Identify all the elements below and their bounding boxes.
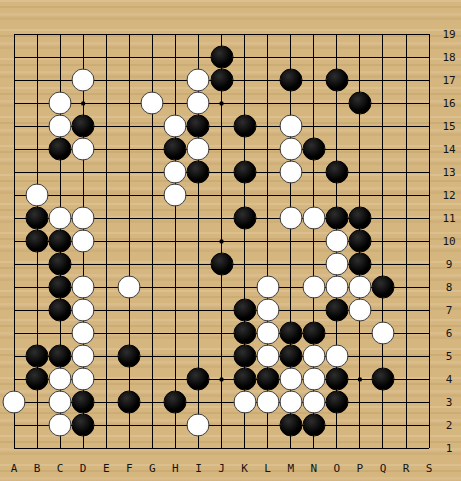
col-label-h: H [172,463,179,474]
row-label-1: 1 [446,443,453,454]
row-label-15: 15 [442,121,455,132]
white-stone-m14 [279,138,302,161]
black-stone-i13 [187,161,210,184]
col-label-d: D [80,463,87,474]
black-stone-d15 [72,115,95,138]
col-label-k: K [241,463,248,474]
white-stone-l3 [256,391,279,414]
white-stone-c16 [49,92,72,115]
row-label-18: 18 [442,52,455,63]
white-stone-i16 [187,92,210,115]
black-stone-q8 [371,276,394,299]
black-stone-p16 [348,92,371,115]
col-label-i: I [195,463,202,474]
white-stone-m3 [279,391,302,414]
black-stone-o4 [325,368,348,391]
black-stone-b5 [26,345,49,368]
black-stone-d2 [72,414,95,437]
col-label-s: S [426,463,433,474]
white-stone-g16 [141,92,164,115]
black-stone-c10 [49,230,72,253]
white-stone-o5 [325,345,348,368]
star-point-d16 [81,101,85,105]
col-label-m: M [287,463,294,474]
black-stone-p9 [348,253,371,276]
white-stone-l5 [256,345,279,368]
black-stone-c14 [49,138,72,161]
white-stone-c15 [49,115,72,138]
white-stone-f8 [118,276,141,299]
black-stone-h3 [164,391,187,414]
black-stone-m6 [279,322,302,345]
white-stone-d10 [72,230,95,253]
white-stone-p7 [348,299,371,322]
white-stone-c11 [49,207,72,230]
row-label-4: 4 [446,374,453,385]
white-stone-n3 [302,391,325,414]
white-stone-i2 [187,414,210,437]
black-stone-f5 [118,345,141,368]
black-stone-b4 [26,368,49,391]
white-stone-c2 [49,414,72,437]
col-label-q: Q [380,463,387,474]
black-stone-o7 [325,299,348,322]
black-stone-p11 [348,207,371,230]
col-label-p: P [357,463,364,474]
black-stone-o17 [325,69,348,92]
black-stone-m17 [279,69,302,92]
black-stone-b10 [26,230,49,253]
white-stone-m11 [279,207,302,230]
white-stone-l6 [256,322,279,345]
black-stone-b11 [26,207,49,230]
row-label-9: 9 [446,259,453,270]
white-stone-h12 [164,184,187,207]
col-label-c: C [57,463,64,474]
white-stone-p8 [348,276,371,299]
black-stone-h14 [164,138,187,161]
row-label-8: 8 [446,282,453,293]
row-label-3: 3 [446,397,453,408]
white-stone-d7 [72,299,95,322]
star-point-j4 [219,377,223,381]
black-stone-i15 [187,115,210,138]
black-stone-c8 [49,276,72,299]
white-stone-n4 [302,368,325,391]
row-label-14: 14 [442,144,455,155]
black-stone-k6 [233,322,256,345]
col-label-b: B [34,463,41,474]
black-stone-c5 [49,345,72,368]
white-stone-d11 [72,207,95,230]
row-label-6: 6 [446,328,453,339]
white-stone-n5 [302,345,325,368]
col-label-a: A [11,463,18,474]
white-stone-i17 [187,69,210,92]
row-label-10: 10 [442,236,455,247]
black-stone-j18 [210,46,233,69]
white-stone-h13 [164,161,187,184]
white-stone-k3 [233,391,256,414]
black-stone-k11 [233,207,256,230]
go-board[interactable]: ABCDEFGHIJKLMNOPQRS191817161514131211109… [0,0,461,481]
black-stone-m2 [279,414,302,437]
white-stone-d14 [72,138,95,161]
white-stone-l8 [256,276,279,299]
col-label-r: R [403,463,410,474]
black-stone-j17 [210,69,233,92]
black-stone-n6 [302,322,325,345]
white-stone-o9 [325,253,348,276]
black-stone-f3 [118,391,141,414]
black-stone-i4 [187,368,210,391]
black-stone-o11 [325,207,348,230]
row-label-16: 16 [442,98,455,109]
white-stone-m4 [279,368,302,391]
row-label-17: 17 [442,75,455,86]
star-point-j16 [219,101,223,105]
black-stone-k15 [233,115,256,138]
row-label-7: 7 [446,305,453,316]
white-stone-d17 [72,69,95,92]
black-stone-k4 [233,368,256,391]
black-stone-c9 [49,253,72,276]
black-stone-q4 [371,368,394,391]
black-stone-d3 [72,391,95,414]
white-stone-h15 [164,115,187,138]
row-label-5: 5 [446,351,453,362]
white-stone-n11 [302,207,325,230]
col-label-f: F [126,463,133,474]
black-stone-o13 [325,161,348,184]
col-label-j: J [218,463,225,474]
row-label-19: 19 [442,29,455,40]
white-stone-d5 [72,345,95,368]
white-stone-n8 [302,276,325,299]
col-label-g: G [149,463,156,474]
black-stone-o3 [325,391,348,414]
white-stone-i14 [187,138,210,161]
white-stone-o10 [325,230,348,253]
black-stone-k5 [233,345,256,368]
white-stone-a3 [3,391,26,414]
white-stone-m15 [279,115,302,138]
black-stone-n2 [302,414,325,437]
row-label-13: 13 [442,167,455,178]
black-stone-p10 [348,230,371,253]
white-stone-m13 [279,161,302,184]
black-stone-k13 [233,161,256,184]
white-stone-d6 [72,322,95,345]
white-stone-d4 [72,368,95,391]
white-stone-l7 [256,299,279,322]
row-label-2: 2 [446,420,453,431]
col-label-e: E [103,463,110,474]
black-stone-m5 [279,345,302,368]
col-label-n: N [310,463,317,474]
white-stone-o8 [325,276,348,299]
black-stone-l4 [256,368,279,391]
white-stone-c4 [49,368,72,391]
row-label-12: 12 [442,190,455,201]
star-point-j10 [219,239,223,243]
black-stone-n14 [302,138,325,161]
row-label-11: 11 [442,213,455,224]
black-stone-c7 [49,299,72,322]
white-stone-q6 [371,322,394,345]
white-stone-d8 [72,276,95,299]
white-stone-b12 [26,184,49,207]
black-stone-j9 [210,253,233,276]
star-point-p4 [358,377,362,381]
col-label-l: L [264,463,271,474]
black-stone-k7 [233,299,256,322]
white-stone-c3 [49,391,72,414]
col-label-o: O [334,463,341,474]
